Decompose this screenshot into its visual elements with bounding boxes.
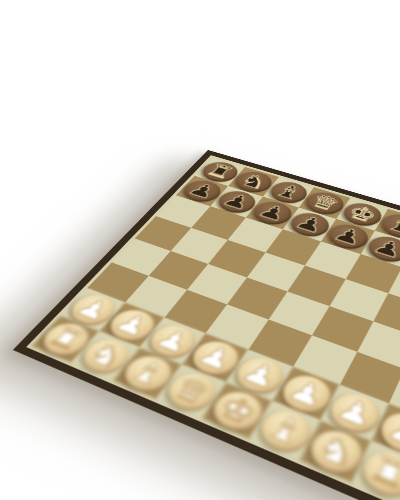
knight-glyph: ♞ bbox=[312, 428, 362, 473]
pawn-glyph: ♟ bbox=[219, 190, 256, 213]
rook-glyph: ♜ bbox=[203, 161, 238, 182]
bishop-glyph: ♝ bbox=[261, 408, 310, 450]
pawn-glyph: ♟ bbox=[291, 211, 328, 235]
pawn-glyph: ♟ bbox=[283, 373, 330, 412]
pawn-glyph: ♟ bbox=[332, 391, 379, 432]
product-photo: ♜♞♝♛♚♝♞♜♟♟♟♟♟♟♟♟♟♟♟♟♟♟♟♟♜♞♝♛♚♝♞♜ bbox=[0, 0, 400, 500]
board-border: ♜♞♝♛♚♝♞♜♟♟♟♟♟♟♟♟♟♟♟♟♟♟♟♟♜♞♝♛♚♝♞♜ bbox=[13, 150, 400, 500]
board-mat: ♜♞♝♛♚♝♞♜♟♟♟♟♟♟♟♟♟♟♟♟♟♟♟♟♜♞♝♛♚♝♞♜ bbox=[26, 155, 400, 500]
pawn-glyph: ♟ bbox=[370, 235, 400, 261]
knight-glyph: ♞ bbox=[236, 170, 271, 191]
pawn-glyph: ♟ bbox=[184, 179, 221, 201]
pawn-glyph: ♟ bbox=[151, 323, 197, 357]
chess-board: ♜♞♝♛♚♝♞♜♟♟♟♟♟♟♟♟♟♟♟♟♟♟♟♟♜♞♝♛♚♝♞♜ bbox=[13, 150, 400, 500]
rook-glyph: ♜ bbox=[364, 449, 400, 496]
king-glyph: ♚ bbox=[214, 389, 263, 430]
pawn-glyph: ♟ bbox=[193, 339, 239, 375]
queen-glyph: ♛ bbox=[307, 191, 343, 214]
king-glyph: ♚ bbox=[345, 202, 381, 226]
pawn-glyph: ♟ bbox=[237, 356, 284, 393]
pawn-glyph: ♟ bbox=[255, 200, 292, 224]
pawn-glyph: ♟ bbox=[330, 223, 367, 248]
queen-glyph: ♛ bbox=[168, 371, 217, 410]
bishop-glyph: ♝ bbox=[271, 181, 306, 203]
board-grid: ♜♞♝♛♚♝♞♜♟♟♟♟♟♟♟♟♟♟♟♟♟♟♟♟♜♞♝♛♚♝♞♜ bbox=[32, 157, 400, 500]
